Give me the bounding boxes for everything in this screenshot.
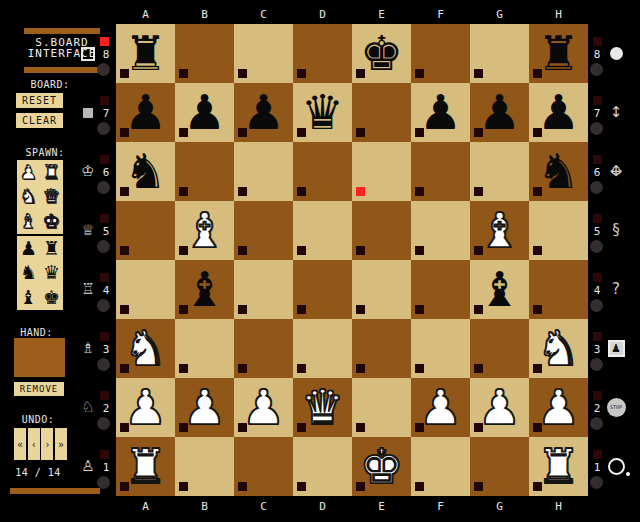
rank-1-circle-button-left[interactable] <box>97 476 110 489</box>
square-marker <box>415 69 424 78</box>
square-c1[interactable] <box>234 437 293 496</box>
square-b7[interactable]: ♟ <box>175 83 234 142</box>
square-marker <box>238 482 247 491</box>
piece-bB-g4: ♝ <box>470 259 529 318</box>
spawn-panel-white: ♟♜♞♛♝♚ <box>17 160 63 234</box>
file-label-a-bottom: A <box>116 500 175 513</box>
square-f3[interactable] <box>411 319 470 378</box>
rank-3-led-right <box>593 332 602 341</box>
piece-bP-c7: ♟ <box>234 82 293 141</box>
piece-wR-a1: ♜ <box>116 436 175 495</box>
question-icon[interactable]: ? <box>602 260 630 319</box>
redo-button[interactable]: › <box>41 428 53 460</box>
file-label-g-bottom: G <box>470 500 529 513</box>
square-marker <box>415 482 424 491</box>
rank-5-led-left <box>100 214 109 223</box>
file-label-g-top: G <box>470 8 529 21</box>
rank-label-4-left: 4 <box>98 285 114 297</box>
square-a8[interactable]: ♜ <box>116 24 175 83</box>
piece-wB-b5: ♝ <box>175 200 234 259</box>
hand-section-label: HAND: <box>12 327 61 338</box>
square-marker <box>179 364 188 373</box>
square-marker <box>356 364 365 373</box>
square-marker <box>297 246 306 255</box>
square-f2[interactable]: ♟ <box>411 378 470 437</box>
file-label-c-top: C <box>234 8 293 21</box>
file-label-f-bottom: F <box>411 500 470 513</box>
square-f6[interactable] <box>411 142 470 201</box>
piece-bR-a8: ♜ <box>116 23 175 82</box>
square-b4[interactable]: ♝ <box>175 260 234 319</box>
undo-all-button[interactable]: « <box>14 428 26 460</box>
square-e4[interactable] <box>352 260 411 319</box>
piece-bP-h7: ♟ <box>529 82 588 141</box>
vertical-arrow-icon[interactable]: ↕ <box>602 83 630 142</box>
rank-label-3-left: 3 <box>98 344 114 356</box>
square-d1[interactable] <box>293 437 352 496</box>
square-c4[interactable] <box>234 260 293 319</box>
square-marker <box>179 482 188 491</box>
rank-8-led-left <box>100 37 109 46</box>
move-4way-icon[interactable]: ↔↕ <box>602 142 630 201</box>
section-icon[interactable]: § <box>602 201 630 260</box>
rank-2-circle-button-left[interactable] <box>97 417 110 430</box>
rank-label-2-left: 2 <box>98 403 114 415</box>
piece-bP-g7: ♟ <box>470 82 529 141</box>
spawn-panel-black: ♟♜♞♛♝♚ <box>17 236 63 310</box>
square-d8[interactable] <box>293 24 352 83</box>
spawn-black-r[interactable]: ♜ <box>40 236 63 261</box>
square-h2[interactable]: ♟ <box>529 378 588 437</box>
square-d7[interactable]: ♛ <box>293 83 352 142</box>
square-outline-icon[interactable] <box>77 24 99 83</box>
rank-4-led-left <box>100 273 109 282</box>
square-c8[interactable] <box>234 24 293 83</box>
square-a2[interactable]: ♟ <box>116 378 175 437</box>
square-h6[interactable]: ♞ <box>529 142 588 201</box>
rank-1-led-left <box>100 450 109 459</box>
reset-button[interactable]: RESET <box>16 93 63 108</box>
spawn-black-q[interactable]: ♛ <box>40 261 63 286</box>
square-marker <box>474 187 483 196</box>
spawn-white-q[interactable]: ♛ <box>40 185 63 210</box>
hand-slot[interactable] <box>14 338 65 377</box>
square-marker <box>415 187 424 196</box>
square-g7[interactable]: ♟ <box>470 83 529 142</box>
spawn-section-label: SPAWN: <box>20 147 70 158</box>
b-piece-icon[interactable]: ♗ <box>77 319 99 378</box>
square-marker <box>415 305 424 314</box>
square-c2[interactable]: ♟ <box>234 378 293 437</box>
square-e1[interactable]: ♚ <box>352 437 411 496</box>
board-section-label: BOARD: <box>24 79 76 90</box>
rank-label-6-left: 6 <box>98 167 114 179</box>
square-e5[interactable] <box>352 201 411 260</box>
square-marker <box>238 69 247 78</box>
spawn-black-p[interactable]: ♟ <box>17 236 40 261</box>
square-b1[interactable] <box>175 437 234 496</box>
rank-6-circle-button-left[interactable] <box>97 181 110 194</box>
spawn-black-k[interactable]: ♚ <box>40 285 63 310</box>
piece-wP-g2: ♟ <box>470 377 529 436</box>
piece-bB-b4: ♝ <box>175 259 234 318</box>
rank-7-led-right <box>593 96 602 105</box>
square-h4[interactable] <box>529 260 588 319</box>
square-marker <box>356 128 365 137</box>
clear-button[interactable]: CLEAR <box>16 113 63 128</box>
square-marker <box>120 246 129 255</box>
square-b8[interactable] <box>175 24 234 83</box>
file-label-c-bottom: C <box>234 500 293 513</box>
square-a5[interactable] <box>116 201 175 260</box>
file-label-h-bottom: H <box>529 500 588 513</box>
rank-1-led-right <box>593 450 602 459</box>
file-label-d-bottom: D <box>293 500 352 513</box>
square-marker <box>474 364 483 373</box>
square-d5[interactable] <box>293 201 352 260</box>
file-label-d-top: D <box>293 8 352 21</box>
rank-5-circle-button-left[interactable] <box>97 240 110 253</box>
square-c7[interactable]: ♟ <box>234 83 293 142</box>
piece-bK-e8: ♚ <box>352 23 411 82</box>
rank-6-led-left <box>100 155 109 164</box>
square-marker <box>179 187 188 196</box>
piece-wP-c2: ♟ <box>234 377 293 436</box>
file-label-e-bottom: E <box>352 500 411 513</box>
square-gray-icon[interactable] <box>77 83 99 142</box>
piece-wP-h2: ♟ <box>529 377 588 436</box>
square-d4[interactable] <box>293 260 352 319</box>
square-a1[interactable]: ♜ <box>116 437 175 496</box>
r-piece-icon[interactable]: ♖ <box>77 260 99 319</box>
piece-wQ-d2: ♛ <box>293 377 352 436</box>
square-b3[interactable] <box>175 319 234 378</box>
spawn-white-b[interactable]: ♝ <box>17 209 40 234</box>
undo-section-label: UNDO: <box>13 414 63 425</box>
square-b2[interactable]: ♟ <box>175 378 234 437</box>
file-label-b-top: B <box>175 8 234 21</box>
square-c3[interactable] <box>234 319 293 378</box>
square-marker <box>415 364 424 373</box>
square-marker <box>533 246 542 255</box>
spawn-white-k[interactable]: ♚ <box>40 209 63 234</box>
square-h8[interactable]: ♜ <box>529 24 588 83</box>
square-b5[interactable]: ♝ <box>175 201 234 260</box>
square-marker <box>297 187 306 196</box>
piece-wN-h3: ♞ <box>529 318 588 377</box>
q-piece-icon[interactable]: ♕ <box>77 201 99 260</box>
square-marker <box>238 364 247 373</box>
rank-label-1-left: 1 <box>98 462 114 474</box>
spawn-white-n[interactable]: ♞ <box>17 185 40 210</box>
piece-bR-h8: ♜ <box>529 23 588 82</box>
rank-4-circle-button-left[interactable] <box>97 299 110 312</box>
square-marker <box>356 305 365 314</box>
file-label-a-top: A <box>116 8 175 21</box>
square-a7[interactable]: ♟ <box>116 83 175 142</box>
rank-label-8-left: 8 <box>98 49 114 61</box>
piece-bQ-d7: ♛ <box>293 82 352 141</box>
rank-2-led-right <box>593 391 602 400</box>
square-a3[interactable]: ♞ <box>116 319 175 378</box>
square-g2[interactable]: ♟ <box>470 378 529 437</box>
rank-7-circle-button-left[interactable] <box>97 122 110 135</box>
piece-wK-e1: ♚ <box>352 436 411 495</box>
square-marker <box>297 364 306 373</box>
square-f7[interactable]: ♟ <box>411 83 470 142</box>
square-marker <box>238 246 247 255</box>
square-c5[interactable] <box>234 201 293 260</box>
file-label-e-top: E <box>352 8 411 21</box>
square-e8[interactable]: ♚ <box>352 24 411 83</box>
spawn-white-r[interactable]: ♜ <box>40 160 63 185</box>
file-label-f-top: F <box>411 8 470 21</box>
square-g5[interactable]: ♝ <box>470 201 529 260</box>
record-circle-icon[interactable] <box>602 437 630 496</box>
boxed-pawn-icon[interactable]: ♟ <box>602 319 630 378</box>
piece-wP-a2: ♟ <box>116 377 175 436</box>
square-marker <box>238 305 247 314</box>
square-g8[interactable] <box>470 24 529 83</box>
undo-button[interactable]: ‹ <box>28 428 40 460</box>
square-marker <box>297 69 306 78</box>
square-d3[interactable] <box>293 319 352 378</box>
square-g1[interactable] <box>470 437 529 496</box>
square-marker <box>297 482 306 491</box>
redo-all-button[interactable]: » <box>55 428 67 460</box>
k-piece-icon[interactable]: ♔ <box>77 142 99 201</box>
rank-8-circle-button-left[interactable] <box>97 63 110 76</box>
square-h5[interactable] <box>529 201 588 260</box>
rank-4-led-right <box>593 273 602 282</box>
circle-filled-icon[interactable] <box>602 24 630 83</box>
square-marker <box>415 246 424 255</box>
rank-label-7-left: 7 <box>98 108 114 120</box>
rank-label-5-left: 5 <box>98 226 114 238</box>
square-h3[interactable]: ♞ <box>529 319 588 378</box>
square-h7[interactable]: ♟ <box>529 83 588 142</box>
square-marker <box>474 482 483 491</box>
square-a6[interactable]: ♞ <box>116 142 175 201</box>
piece-bP-f7: ♟ <box>411 82 470 141</box>
square-e3[interactable] <box>352 319 411 378</box>
rank-7-led-left <box>100 96 109 105</box>
square-marker <box>356 246 365 255</box>
piece-wP-f2: ♟ <box>411 377 470 436</box>
square-f8[interactable] <box>411 24 470 83</box>
piece-bP-a7: ♟ <box>116 82 175 141</box>
piece-bP-b7: ♟ <box>175 82 234 141</box>
square-marker <box>179 69 188 78</box>
rank-6-led-right <box>593 155 602 164</box>
piece-bN-a6: ♞ <box>116 141 175 200</box>
square-c6[interactable] <box>234 142 293 201</box>
square-f1[interactable] <box>411 437 470 496</box>
piece-wN-a3: ♞ <box>116 318 175 377</box>
rank-3-led-left <box>100 332 109 341</box>
square-marker <box>356 423 365 432</box>
board-editor-app: S.BOARD INTERFACE BOARD: RESET CLEAR SPA… <box>0 0 640 522</box>
spawn-black-b[interactable]: ♝ <box>17 285 40 310</box>
square-a4[interactable] <box>116 260 175 319</box>
square-e7[interactable] <box>352 83 411 142</box>
square-marker <box>474 69 483 78</box>
rank-5-led-right <box>593 214 602 223</box>
rank-2-led-left <box>100 391 109 400</box>
square-e2[interactable] <box>352 378 411 437</box>
piece-wP-b2: ♟ <box>175 377 234 436</box>
file-label-h-top: H <box>529 8 588 21</box>
square-marker-highlight <box>356 187 365 196</box>
n-piece-icon[interactable]: ♘ <box>77 378 99 437</box>
square-g3[interactable] <box>470 319 529 378</box>
square-marker <box>238 187 247 196</box>
spawn-black-n[interactable]: ♞ <box>17 261 40 286</box>
square-marker <box>533 305 542 314</box>
file-label-b-bottom: B <box>175 500 234 513</box>
piece-wR-h1: ♜ <box>529 436 588 495</box>
rank-3-circle-button-left[interactable] <box>97 358 110 371</box>
stop-button[interactable]: STOP <box>602 378 630 437</box>
square-b6[interactable] <box>175 142 234 201</box>
square-f5[interactable] <box>411 201 470 260</box>
piece-wB-g5: ♝ <box>470 200 529 259</box>
piece-bN-h6: ♞ <box>529 141 588 200</box>
square-d6[interactable] <box>293 142 352 201</box>
rank-8-led-right <box>593 37 602 46</box>
spawn-white-p[interactable]: ♟ <box>17 160 40 185</box>
undo-counter: 14 / 14 <box>13 467 63 478</box>
square-g6[interactable] <box>470 142 529 201</box>
square-g4[interactable]: ♝ <box>470 260 529 319</box>
p-piece-icon[interactable]: ♙ <box>77 437 99 496</box>
square-h1[interactable]: ♜ <box>529 437 588 496</box>
remove-button[interactable]: REMOVE <box>14 382 64 396</box>
square-marker <box>297 305 306 314</box>
square-f4[interactable] <box>411 260 470 319</box>
square-d2[interactable]: ♛ <box>293 378 352 437</box>
square-e6[interactable] <box>352 142 411 201</box>
square-marker <box>120 305 129 314</box>
